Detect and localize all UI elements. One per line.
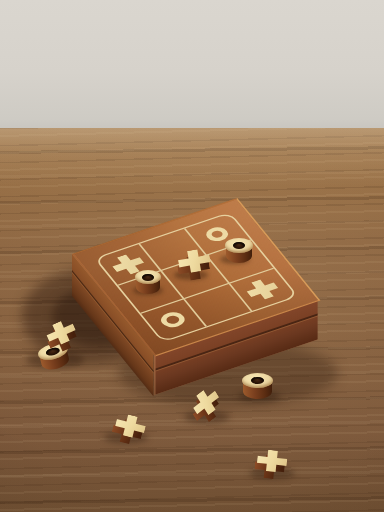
depth-of-field-haze [0,128,384,186]
ring-hole [142,274,153,281]
ring-hole [233,242,245,249]
scene [0,0,384,512]
piece-x-table-front-near[interactable] [254,448,289,478]
inlaid-x-mark [242,276,283,302]
piece-o-table-front-right[interactable] [242,373,273,399]
wall [0,0,384,132]
inlaid-o-mark [158,310,190,330]
piece-x-board-r2c2[interactable] [175,247,213,280]
piece-o-board-r2c3[interactable] [225,238,253,263]
piece-o-board-r2c1[interactable] [135,270,161,294]
